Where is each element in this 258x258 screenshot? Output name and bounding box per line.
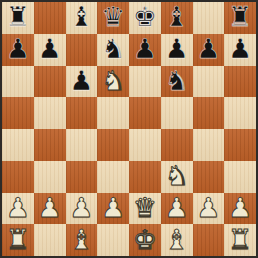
piece-black-knight[interactable]: ♞ xyxy=(165,67,189,94)
square-b4[interactable] xyxy=(34,129,66,161)
piece-black-pawn[interactable]: ♟ xyxy=(133,35,157,62)
piece-white-king[interactable]: ♚ xyxy=(133,226,157,253)
piece-white-knight[interactable]: ♞ xyxy=(165,162,189,189)
square-a2[interactable]: ♟ xyxy=(2,193,34,225)
square-e4[interactable] xyxy=(129,129,161,161)
square-h1[interactable]: ♜ xyxy=(224,224,256,256)
square-d8[interactable]: ♛ xyxy=(97,2,129,34)
square-h4[interactable] xyxy=(224,129,256,161)
square-a8[interactable]: ♜ xyxy=(2,2,34,34)
square-f3[interactable]: ♞ xyxy=(161,161,193,193)
square-d2[interactable]: ♟ xyxy=(97,193,129,225)
piece-black-rook[interactable]: ♜ xyxy=(228,3,252,30)
piece-black-queen[interactable]: ♛ xyxy=(101,3,125,30)
square-h3[interactable] xyxy=(224,161,256,193)
square-b5[interactable] xyxy=(34,97,66,129)
piece-white-pawn[interactable]: ♟ xyxy=(196,194,220,221)
square-d6[interactable]: ♞ xyxy=(97,66,129,98)
piece-black-bishop[interactable]: ♝ xyxy=(69,3,93,30)
piece-white-bishop[interactable]: ♝ xyxy=(165,226,189,253)
square-c4[interactable] xyxy=(66,129,98,161)
piece-black-pawn[interactable]: ♟ xyxy=(196,35,220,62)
square-g8[interactable] xyxy=(193,2,225,34)
square-h8[interactable]: ♜ xyxy=(224,2,256,34)
square-d5[interactable] xyxy=(97,97,129,129)
piece-white-rook[interactable]: ♜ xyxy=(6,226,30,253)
square-f2[interactable]: ♟ xyxy=(161,193,193,225)
square-c1[interactable]: ♝ xyxy=(66,224,98,256)
square-d4[interactable] xyxy=(97,129,129,161)
square-g3[interactable] xyxy=(193,161,225,193)
square-e6[interactable] xyxy=(129,66,161,98)
piece-white-queen[interactable]: ♛ xyxy=(133,194,157,221)
square-e7[interactable]: ♟ xyxy=(129,34,161,66)
piece-white-bishop[interactable]: ♝ xyxy=(69,226,93,253)
square-a3[interactable] xyxy=(2,161,34,193)
piece-black-pawn[interactable]: ♟ xyxy=(69,67,93,94)
piece-black-pawn[interactable]: ♟ xyxy=(228,35,252,62)
piece-black-bishop[interactable]: ♝ xyxy=(165,3,189,30)
square-e2[interactable]: ♛ xyxy=(129,193,161,225)
piece-white-pawn[interactable]: ♟ xyxy=(69,194,93,221)
square-d1[interactable] xyxy=(97,224,129,256)
piece-black-pawn[interactable]: ♟ xyxy=(38,35,62,62)
square-f8[interactable]: ♝ xyxy=(161,2,193,34)
square-h7[interactable]: ♟ xyxy=(224,34,256,66)
piece-black-rook[interactable]: ♜ xyxy=(6,3,30,30)
piece-black-king[interactable]: ♚ xyxy=(133,3,157,30)
square-g4[interactable] xyxy=(193,129,225,161)
piece-black-pawn[interactable]: ♟ xyxy=(165,35,189,62)
square-g6[interactable] xyxy=(193,66,225,98)
piece-white-rook[interactable]: ♜ xyxy=(228,226,252,253)
square-e3[interactable] xyxy=(129,161,161,193)
square-c5[interactable] xyxy=(66,97,98,129)
square-a7[interactable]: ♟ xyxy=(2,34,34,66)
piece-white-pawn[interactable]: ♟ xyxy=(6,194,30,221)
square-a4[interactable] xyxy=(2,129,34,161)
square-b3[interactable] xyxy=(34,161,66,193)
square-b2[interactable]: ♟ xyxy=(34,193,66,225)
square-b1[interactable] xyxy=(34,224,66,256)
square-h2[interactable]: ♟ xyxy=(224,193,256,225)
square-f1[interactable]: ♝ xyxy=(161,224,193,256)
piece-white-knight[interactable]: ♞ xyxy=(101,67,125,94)
square-c2[interactable]: ♟ xyxy=(66,193,98,225)
square-e5[interactable] xyxy=(129,97,161,129)
square-a5[interactable] xyxy=(2,97,34,129)
square-g5[interactable] xyxy=(193,97,225,129)
piece-white-pawn[interactable]: ♟ xyxy=(165,194,189,221)
piece-white-pawn[interactable]: ♟ xyxy=(101,194,125,221)
square-c8[interactable]: ♝ xyxy=(66,2,98,34)
square-f4[interactable] xyxy=(161,129,193,161)
square-h6[interactable] xyxy=(224,66,256,98)
square-e1[interactable]: ♚ xyxy=(129,224,161,256)
square-c3[interactable] xyxy=(66,161,98,193)
square-g2[interactable]: ♟ xyxy=(193,193,225,225)
chess-board: ♜♝♛♚♝♜♟♟♞♟♟♟♟♟♞♞♞♟♟♟♟♛♟♟♟♜♝♚♝♜ xyxy=(0,0,258,258)
square-g1[interactable] xyxy=(193,224,225,256)
square-e8[interactable]: ♚ xyxy=(129,2,161,34)
piece-black-knight[interactable]: ♞ xyxy=(101,35,125,62)
square-a1[interactable]: ♜ xyxy=(2,224,34,256)
square-g7[interactable]: ♟ xyxy=(193,34,225,66)
square-b6[interactable] xyxy=(34,66,66,98)
square-c7[interactable] xyxy=(66,34,98,66)
square-h5[interactable] xyxy=(224,97,256,129)
square-f6[interactable]: ♞ xyxy=(161,66,193,98)
piece-white-pawn[interactable]: ♟ xyxy=(228,194,252,221)
square-d3[interactable] xyxy=(97,161,129,193)
square-d7[interactable]: ♞ xyxy=(97,34,129,66)
square-b7[interactable]: ♟ xyxy=(34,34,66,66)
square-f7[interactable]: ♟ xyxy=(161,34,193,66)
piece-black-pawn[interactable]: ♟ xyxy=(6,35,30,62)
square-b8[interactable] xyxy=(34,2,66,34)
square-f5[interactable] xyxy=(161,97,193,129)
piece-white-pawn[interactable]: ♟ xyxy=(38,194,62,221)
square-a6[interactable] xyxy=(2,66,34,98)
square-c6[interactable]: ♟ xyxy=(66,66,98,98)
